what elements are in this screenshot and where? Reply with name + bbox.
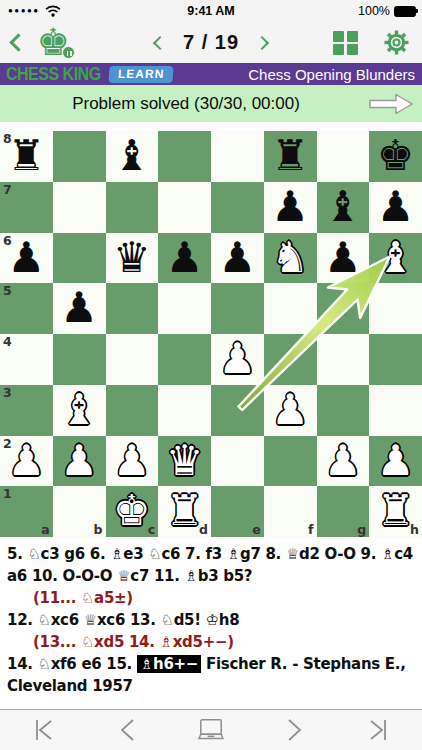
square-d8[interactable]	[158, 131, 211, 182]
step-forward-button[interactable]	[277, 713, 311, 747]
square-f3[interactable]: ♟	[264, 385, 317, 436]
black-pawn: ♟	[369, 182, 422, 232]
square-b2[interactable]: ♟	[53, 436, 106, 487]
game-location-year: Cleveland 1957	[7, 675, 419, 697]
move-list: 5. ♘c3 g6 6. ♗e3 ♘c6 7. f3 ♗g7 8. ♕d2 O-…	[7, 543, 419, 697]
square-c1[interactable]: c♚	[106, 486, 159, 537]
square-g7[interactable]: ♝	[317, 182, 370, 233]
black-bishop: ♝	[317, 182, 370, 232]
square-f4[interactable]	[264, 334, 317, 385]
square-h4[interactable]	[369, 334, 422, 385]
square-f5[interactable]	[264, 283, 317, 334]
file-label-b: b	[94, 523, 103, 537]
square-a8[interactable]: 8♜	[0, 131, 53, 182]
rank-label-3: 3	[3, 385, 12, 400]
move-line[interactable]: 12. ♘xc6 ♕xc6 13. ♘d5! ♔h8	[7, 609, 419, 631]
black-queen: ♛	[106, 233, 159, 283]
square-h8[interactable]: ♚	[369, 131, 422, 182]
square-e3[interactable]	[211, 385, 264, 436]
square-g5[interactable]	[317, 283, 370, 334]
square-d1[interactable]: d♜	[158, 486, 211, 537]
square-b5[interactable]: ♟	[53, 283, 106, 334]
status-bar: ●●●●● 9:41 AM 100%	[0, 0, 422, 22]
square-h5[interactable]	[369, 283, 422, 334]
square-a5[interactable]: 5	[0, 283, 53, 334]
square-e4[interactable]: ♟	[211, 334, 264, 385]
white-knight: ♞	[264, 233, 317, 283]
square-e7[interactable]	[211, 182, 264, 233]
square-b8[interactable]	[53, 131, 106, 182]
next-arrow-button[interactable]	[368, 92, 414, 116]
move-line[interactable]: a6 10. O-O-O ♕c7 11. ♗b3 b5?	[7, 565, 419, 587]
engine-analysis-button[interactable]	[194, 713, 228, 747]
white-queen: ♛	[158, 436, 211, 486]
battery-icon	[394, 6, 416, 17]
file-label-a: a	[41, 523, 49, 537]
file-label-h: h	[410, 523, 419, 537]
previous-puzzle-button[interactable]	[153, 35, 167, 49]
square-f2[interactable]	[264, 436, 317, 487]
file-label-g: g	[357, 523, 366, 537]
square-d5[interactable]	[158, 283, 211, 334]
square-e6[interactable]: ♟	[211, 233, 264, 284]
variation-line[interactable]: (13... ♘xd5 14. ♗xd5+−)	[7, 631, 419, 653]
black-pawn: ♟	[317, 233, 370, 283]
square-b7[interactable]	[53, 182, 106, 233]
battery-percent: 100%	[358, 4, 390, 18]
white-bishop: ♝	[53, 385, 106, 435]
square-c2[interactable]: ♟	[106, 436, 159, 487]
square-g3[interactable]	[317, 385, 370, 436]
square-a6[interactable]: 6♟	[0, 233, 53, 284]
square-d2[interactable]: ♛	[158, 436, 211, 487]
puzzle-list-button[interactable]	[333, 31, 357, 55]
chess-board: 8♜♝♜♚7♟♝♟6♟♛♟♟♞♟♝5♟4♟3♝♟2♟♟♟♛♟♟1abc♚d♜ef…	[0, 131, 422, 537]
square-f8[interactable]: ♜	[264, 131, 317, 182]
square-d3[interactable]	[158, 385, 211, 436]
square-h6[interactable]: ♝	[369, 233, 422, 284]
move-text: 14. ♘xf6 e6 15.	[7, 655, 137, 673]
square-a3[interactable]: 3	[0, 385, 53, 436]
puzzle-counter: 7 / 19	[183, 31, 239, 54]
black-pawn: ♟	[53, 283, 106, 333]
square-a1[interactable]: 1a	[0, 486, 53, 537]
black-king: ♚	[369, 131, 422, 181]
square-g1[interactable]: g	[317, 486, 370, 537]
square-c8[interactable]: ♝	[106, 131, 159, 182]
white-bishop: ♝	[369, 233, 422, 283]
square-g4[interactable]	[317, 334, 370, 385]
square-b1[interactable]: b	[53, 486, 106, 537]
rank-label-1: 1	[3, 486, 12, 501]
square-h7[interactable]: ♟	[369, 182, 422, 233]
black-rook: ♜	[264, 131, 317, 181]
file-label-c: c	[148, 523, 155, 537]
square-c6[interactable]: ♛	[106, 233, 159, 284]
square-e2[interactable]	[211, 436, 264, 487]
rank-label-4: 4	[3, 334, 12, 349]
game-players: Fischer R. - Stephans E.,	[201, 655, 405, 673]
file-label-e: e	[252, 523, 260, 537]
variation-line[interactable]: (11... ♘a5±)	[7, 587, 419, 609]
course-title: Chess Opening Blunders	[248, 66, 415, 83]
rank-label-2: 2	[3, 436, 12, 451]
brand-bar: CHESS KING LEARN Chess Opening Blunders	[0, 63, 422, 85]
square-g2[interactable]: ♟	[317, 436, 370, 487]
square-c3[interactable]	[106, 385, 159, 436]
move-line[interactable]: 14. ♘xf6 e6 15. ♗h6+− Fischer R. - Steph…	[7, 653, 419, 675]
white-pawn: ♟	[53, 436, 106, 486]
rank-label-5: 5	[3, 283, 12, 298]
rank-label-8: 8	[3, 131, 12, 146]
square-d7[interactable]	[158, 182, 211, 233]
app-screen: ●●●●● 9:41 AM 100% ♚ 7 / 19	[0, 0, 422, 750]
white-pawn: ♟	[211, 334, 264, 384]
square-d6[interactable]: ♟	[158, 233, 211, 284]
square-h3[interactable]	[369, 385, 422, 436]
go-to-start-button[interactable]	[28, 713, 62, 747]
bottom-toolbar	[0, 709, 422, 750]
square-h1[interactable]: h♜	[369, 486, 422, 537]
rank-label-7: 7	[3, 182, 12, 197]
file-label-d: d	[199, 523, 208, 537]
next-puzzle-button[interactable]	[255, 35, 269, 49]
square-f6[interactable]: ♞	[264, 233, 317, 284]
learn-badge: LEARN	[108, 66, 174, 83]
black-bishop: ♝	[106, 131, 159, 181]
square-c5[interactable]	[106, 283, 159, 334]
square-c7[interactable]	[106, 182, 159, 233]
square-g6[interactable]: ♟	[317, 233, 370, 284]
app-name: CHESS KING	[6, 64, 101, 85]
square-a4[interactable]: 4	[0, 334, 53, 385]
black-pawn: ♟	[264, 182, 317, 232]
square-c4[interactable]	[106, 334, 159, 385]
black-pawn: ♟	[211, 233, 264, 283]
move-line[interactable]: 5. ♘c3 g6 6. ♗e3 ♘c6 7. f3 ♗g7 8. ♕d2 O-…	[7, 543, 419, 565]
square-a7[interactable]: 7	[0, 182, 53, 233]
step-back-button[interactable]	[111, 713, 145, 747]
white-pawn: ♟	[369, 436, 422, 486]
go-to-end-button[interactable]	[360, 713, 394, 747]
black-pawn: ♟	[158, 233, 211, 283]
nav-bar: ♚ 7 / 19	[0, 22, 422, 63]
white-pawn: ♟	[264, 385, 317, 435]
square-a2[interactable]: 2♟	[0, 436, 53, 487]
file-label-f: f	[308, 523, 313, 537]
solved-banner-text: Problem solved (30/30, 00:00)	[0, 85, 372, 122]
square-b3[interactable]: ♝	[53, 385, 106, 436]
square-d4[interactable]	[158, 334, 211, 385]
white-pawn: ♟	[317, 436, 370, 486]
solved-banner: Problem solved (30/30, 00:00)	[0, 85, 422, 122]
square-e5[interactable]	[211, 283, 264, 334]
rank-label-6: 6	[3, 233, 12, 248]
square-e1[interactable]: e	[211, 486, 264, 537]
square-b6[interactable]	[53, 233, 106, 284]
white-pawn: ♟	[106, 436, 159, 486]
square-f7[interactable]: ♟	[264, 182, 317, 233]
square-e8[interactable]	[211, 131, 264, 182]
square-f1[interactable]: f	[264, 486, 317, 537]
square-g8[interactable]	[317, 131, 370, 182]
settings-gear-button[interactable]	[383, 29, 410, 56]
current-move-highlight[interactable]: ♗h6+−	[137, 655, 201, 673]
square-h2[interactable]: ♟	[369, 436, 422, 487]
square-b4[interactable]	[53, 334, 106, 385]
